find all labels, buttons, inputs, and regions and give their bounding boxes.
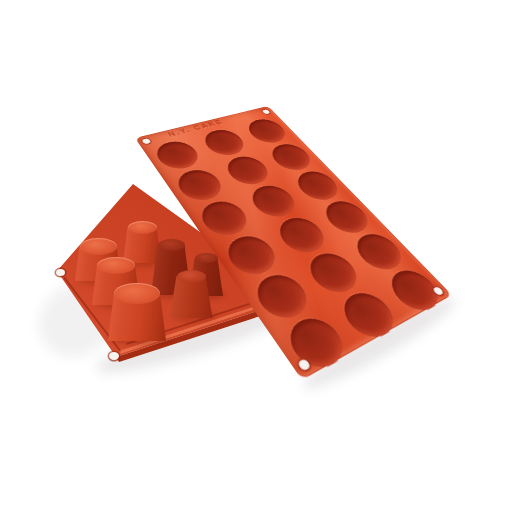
mold-cavity — [290, 168, 345, 205]
hanging-hole — [262, 109, 271, 114]
cone-top-face — [128, 221, 157, 234]
cone-bump — [170, 270, 213, 319]
mold-cavity — [242, 116, 292, 146]
hanging-hole — [109, 352, 119, 360]
mold-cavity — [301, 248, 365, 299]
mold-cavity — [198, 127, 250, 159]
mold-cavity — [171, 166, 228, 205]
product-photo: N.Y. CAKE — [0, 0, 512, 512]
mold-cavity — [194, 197, 254, 241]
mold-cavity — [271, 213, 332, 258]
cone-top-face — [177, 270, 206, 283]
mold-cavity — [150, 138, 204, 173]
cone-top-face — [97, 257, 135, 274]
mold-cavity — [220, 153, 274, 189]
hanging-hole — [56, 269, 65, 276]
mold-cavity — [248, 269, 316, 325]
mold-cavity — [265, 141, 317, 174]
cone-top-face — [80, 238, 117, 255]
cone-top-face — [158, 239, 185, 251]
mold-cavity — [244, 182, 301, 222]
cone-top-face — [195, 253, 218, 263]
mold-cavity — [219, 231, 283, 280]
mold-cavity — [348, 229, 409, 275]
cone-top-face — [114, 283, 160, 304]
cone-bump — [108, 283, 166, 342]
hanging-hole — [141, 138, 151, 144]
mold-cavity — [318, 197, 376, 238]
